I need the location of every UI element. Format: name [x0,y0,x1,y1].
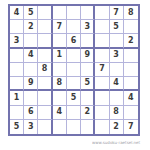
sudoku-cell[interactable] [110,63,124,77]
sudoku-cell[interactable] [10,106,24,120]
sudoku-cell[interactable]: 5 [10,120,24,134]
sudoku-cell[interactable] [124,49,138,63]
sudoku-cell[interactable] [124,77,138,91]
sudoku-cell[interactable] [95,77,109,91]
sudoku-cell[interactable]: 7 [124,120,138,134]
sudoku-cell[interactable]: 2 [124,34,138,48]
sudoku-cell[interactable] [38,6,52,20]
sudoku-cell[interactable]: 3 [10,34,24,48]
sudoku-cell[interactable]: 5 [81,77,95,91]
sudoku-cell[interactable] [24,91,38,105]
sudoku-cell[interactable] [38,49,52,63]
sudoku-cell[interactable] [95,120,109,134]
sudoku-cell[interactable] [95,34,109,48]
sudoku-cell[interactable] [95,106,109,120]
sudoku-cell[interactable] [67,77,81,91]
sudoku-cell[interactable] [95,91,109,105]
sudoku-cell[interactable] [81,34,95,48]
sudoku-cell[interactable]: 4 [24,49,38,63]
sudoku-cell[interactable]: 2 [110,120,124,134]
sudoku-cell[interactable] [81,6,95,20]
sudoku-cell[interactable]: 3 [81,20,95,34]
sudoku-cell[interactable] [38,120,52,134]
sudoku-cell[interactable]: 1 [10,91,24,105]
sudoku-cell[interactable] [124,20,138,34]
sudoku-cell[interactable] [95,6,109,20]
sudoku-cell[interactable] [67,49,81,63]
sudoku-cell[interactable]: 8 [124,6,138,20]
sudoku-cell[interactable]: 4 [10,6,24,20]
sudoku-cell[interactable]: 1 [53,49,67,63]
sudoku-cell[interactable]: 5 [24,6,38,20]
sudoku-cell[interactable] [67,20,81,34]
sudoku-cell[interactable]: 7 [53,20,67,34]
sudoku-cell[interactable] [124,63,138,77]
sudoku-cell[interactable] [53,120,67,134]
sudoku-cell[interactable]: 5 [67,91,81,105]
sudoku-cell[interactable] [10,49,24,63]
sudoku-cell[interactable] [81,63,95,77]
sudoku-cell[interactable]: 4 [124,91,138,105]
sudoku-cell[interactable] [10,63,24,77]
sudoku-cell[interactable] [53,63,67,77]
sudoku-cell[interactable]: 3 [24,120,38,134]
sudoku-cell[interactable] [10,77,24,91]
sudoku-cell[interactable] [24,63,38,77]
sudoku-cell[interactable]: 8 [110,106,124,120]
sudoku-cell[interactable]: 4 [110,77,124,91]
sudoku-cell[interactable] [67,106,81,120]
sudoku-cell[interactable] [95,20,109,34]
sudoku-cell[interactable] [38,106,52,120]
sudoku-cell[interactable] [38,91,52,105]
sudoku-cell[interactable] [67,120,81,134]
sudoku-cell[interactable] [124,106,138,120]
sudoku-cell[interactable] [53,34,67,48]
sudoku-cell[interactable]: 9 [81,49,95,63]
sudoku-cell[interactable]: 3 [110,49,124,63]
sudoku-cell[interactable]: 7 [110,6,124,20]
sudoku-cell[interactable] [53,6,67,20]
sudoku-cell[interactable]: 6 [67,34,81,48]
sudoku-board: 45782735362419387985415464285327 [8,4,140,136]
sudoku-cell[interactable] [10,20,24,34]
sudoku-cell[interactable]: 6 [24,106,38,120]
sudoku-cell[interactable]: 5 [110,20,124,34]
sudoku-cell[interactable]: 4 [53,106,67,120]
sudoku-cell[interactable] [81,91,95,105]
sudoku-cell[interactable]: 8 [38,63,52,77]
sudoku-cell[interactable]: 9 [24,77,38,91]
sudoku-cell[interactable] [110,91,124,105]
sudoku-page: 45782735362419387985415464285327 www.sud… [0,0,150,150]
sudoku-cell[interactable]: 2 [24,20,38,34]
sudoku-cell[interactable] [110,34,124,48]
sudoku-cell[interactable] [81,120,95,134]
sudoku-cell[interactable] [67,63,81,77]
sudoku-cell[interactable] [67,6,81,20]
sudoku-cell[interactable] [38,77,52,91]
sudoku-cell[interactable]: 7 [95,63,109,77]
sudoku-cell[interactable] [24,34,38,48]
sudoku-cell[interactable]: 8 [53,77,67,91]
sudoku-cell[interactable] [38,34,52,48]
sudoku-cell[interactable] [38,20,52,34]
sudoku-cell[interactable]: 2 [81,106,95,120]
source-caption: www.sudoku-raetsel.net [92,140,140,145]
sudoku-cell[interactable] [95,49,109,63]
sudoku-cell[interactable] [53,91,67,105]
